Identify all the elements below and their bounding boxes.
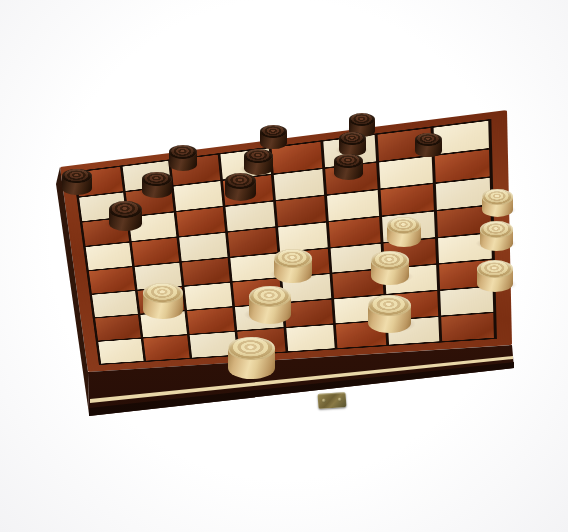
- dark-piece-g3[interactable]: [415, 133, 442, 157]
- pieces-layer: [0, 0, 568, 532]
- light-piece-h6[interactable]: [482, 189, 513, 217]
- light-piece-e7[interactable]: [371, 251, 409, 285]
- dark-piece-a3[interactable]: [109, 201, 142, 231]
- light-piece-b6[interactable]: [143, 283, 183, 319]
- piece-top: [244, 149, 273, 163]
- piece-top: [143, 283, 183, 303]
- piece-top: [339, 132, 366, 145]
- dark-piece-e3[interactable]: [334, 154, 363, 180]
- piece-top: [477, 260, 513, 278]
- light-piece-d8[interactable]: [368, 295, 411, 334]
- board-photo: [0, 0, 568, 532]
- piece-top: [371, 251, 409, 270]
- light-piece-b8[interactable]: [228, 337, 275, 379]
- dark-piece-c3[interactable]: [225, 173, 256, 201]
- piece-top: [228, 337, 275, 360]
- dark-piece-c1[interactable]: [169, 145, 197, 170]
- piece-top: [109, 201, 142, 217]
- piece-top: [415, 133, 442, 146]
- dark-piece-e1[interactable]: [260, 125, 287, 149]
- piece-top: [260, 125, 287, 138]
- dark-piece-a1[interactable]: [62, 169, 92, 196]
- piece-top: [368, 295, 411, 316]
- dark-piece-f2[interactable]: [339, 132, 366, 156]
- piece-top: [334, 154, 363, 168]
- dark-piece-d2[interactable]: [244, 149, 273, 175]
- piece-top: [225, 173, 256, 188]
- piece-top: [387, 217, 421, 234]
- piece-top: [249, 286, 291, 307]
- piece-top: [480, 221, 513, 237]
- light-piece-g7[interactable]: [480, 221, 513, 251]
- piece-top: [274, 249, 312, 268]
- light-piece-d6[interactable]: [274, 249, 312, 283]
- light-piece-c7[interactable]: [249, 286, 291, 324]
- dark-piece-b2[interactable]: [142, 172, 172, 199]
- light-piece-f8[interactable]: [477, 260, 513, 292]
- piece-top: [482, 189, 513, 204]
- light-piece-f6[interactable]: [387, 217, 421, 248]
